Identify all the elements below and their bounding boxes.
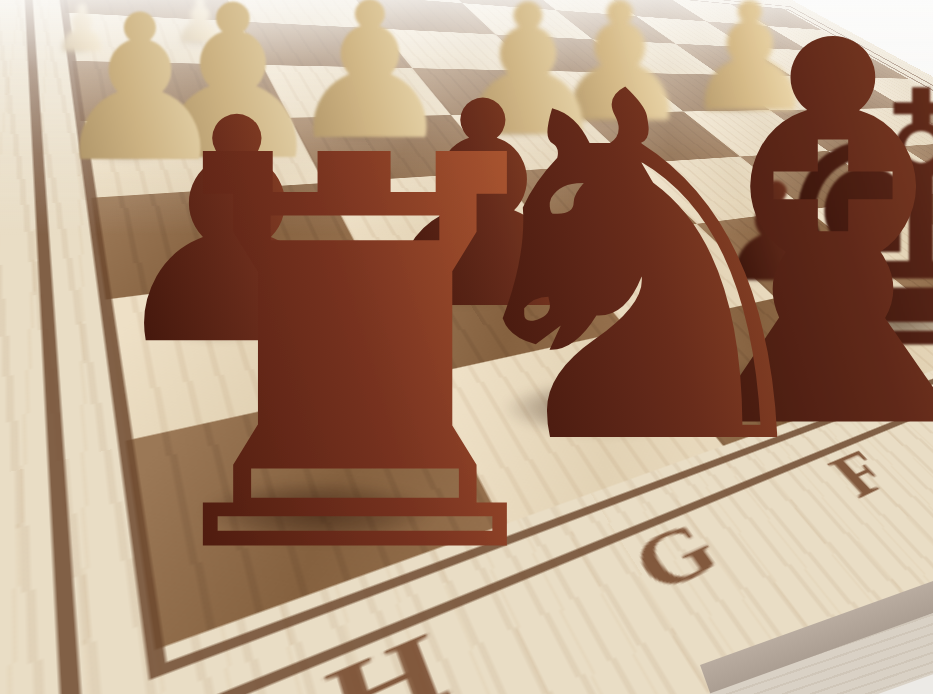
chess-photo-stage: 1H2G3F4E5D6C7B8A ♜♟♟♞♝♟♚♟♟♟♟♟♟♟♟ — [0, 0, 933, 694]
piece-black-rook-h8[interactable]: ♜ — [113, 88, 597, 628]
